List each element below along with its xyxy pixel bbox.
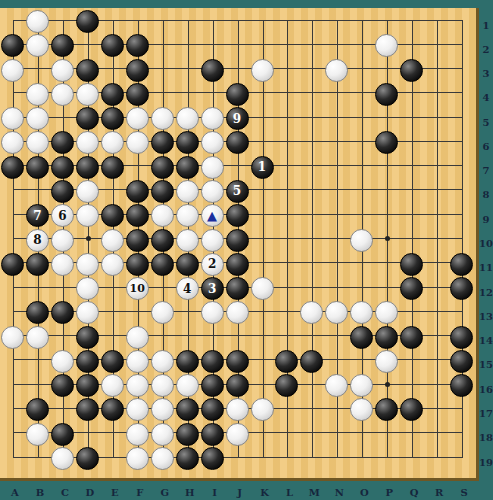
row-label-19: 19 bbox=[479, 456, 493, 467]
column-label-c: C bbox=[61, 487, 69, 498]
white-stone-i13[interactable] bbox=[201, 301, 224, 324]
row-label-9: 9 bbox=[483, 213, 490, 224]
column-label-q: Q bbox=[410, 487, 419, 498]
black-stone-d3[interactable] bbox=[76, 59, 99, 82]
white-stone-a6[interactable] bbox=[1, 131, 24, 154]
white-stone-h8[interactable] bbox=[176, 180, 199, 203]
white-stone-i5[interactable] bbox=[201, 107, 224, 130]
black-stone-s14[interactable] bbox=[450, 326, 473, 349]
column-label-r: R bbox=[435, 487, 443, 498]
white-stone-b14[interactable] bbox=[26, 326, 49, 349]
black-stone-e4[interactable] bbox=[101, 83, 124, 106]
black-stone-p6[interactable] bbox=[375, 131, 398, 154]
column-label-n: N bbox=[335, 487, 344, 498]
move-number-label: 4 bbox=[183, 283, 191, 295]
white-stone-f15[interactable] bbox=[126, 350, 149, 373]
go-board-screenshot: 91576▲821043 ABCDEFGHIJKLMNOPQRS 1234567… bbox=[0, 0, 493, 500]
black-stone-h7[interactable] bbox=[176, 156, 199, 179]
move-number-label: 1 bbox=[258, 161, 266, 173]
white-stone-n16[interactable] bbox=[325, 374, 348, 397]
row-label-11: 11 bbox=[479, 262, 493, 273]
white-stone-f18[interactable] bbox=[126, 423, 149, 446]
white-stone-d13[interactable] bbox=[76, 301, 99, 324]
black-stone-q11[interactable] bbox=[400, 253, 423, 276]
white-stone-e6[interactable] bbox=[101, 131, 124, 154]
white-stone-c4[interactable] bbox=[51, 83, 74, 106]
white-stone-h5[interactable] bbox=[176, 107, 199, 130]
white-stone-d8[interactable] bbox=[76, 180, 99, 203]
row-label-6: 6 bbox=[483, 140, 490, 151]
black-stone-j9[interactable] bbox=[226, 204, 249, 227]
black-stone-c8[interactable] bbox=[51, 180, 74, 203]
column-label-p: P bbox=[385, 487, 393, 498]
white-stone-a14[interactable] bbox=[1, 326, 24, 349]
black-stone-d16[interactable] bbox=[76, 374, 99, 397]
white-stone-d4[interactable] bbox=[76, 83, 99, 106]
white-stone-c19[interactable] bbox=[51, 447, 74, 470]
white-stone-f6[interactable] bbox=[126, 131, 149, 154]
black-stone-i3[interactable] bbox=[201, 59, 224, 82]
white-stone-b2[interactable] bbox=[26, 34, 49, 57]
white-stone-c15[interactable] bbox=[51, 350, 74, 373]
move-number-label: 8 bbox=[33, 234, 41, 246]
black-stone-c18[interactable] bbox=[51, 423, 74, 446]
white-stone-e11[interactable] bbox=[101, 253, 124, 276]
column-label-e: E bbox=[111, 487, 119, 498]
black-stone-i19[interactable] bbox=[201, 447, 224, 470]
black-stone-d1[interactable] bbox=[76, 10, 99, 33]
column-label-h: H bbox=[185, 487, 194, 498]
move-number-label: 3 bbox=[208, 283, 216, 295]
white-stone-i10[interactable] bbox=[201, 229, 224, 252]
white-stone-f14[interactable] bbox=[126, 326, 149, 349]
row-label-18: 18 bbox=[479, 432, 493, 443]
white-stone-g15[interactable] bbox=[151, 350, 174, 373]
black-stone-a7[interactable] bbox=[1, 156, 24, 179]
column-label-l: L bbox=[286, 487, 293, 498]
column-label-g: G bbox=[160, 487, 169, 498]
black-stone-f3[interactable] bbox=[126, 59, 149, 82]
black-stone-m15[interactable] bbox=[300, 350, 323, 373]
black-stone-q3[interactable] bbox=[400, 59, 423, 82]
column-label-d: D bbox=[86, 487, 95, 498]
black-stone-a2[interactable] bbox=[1, 34, 24, 57]
white-stone-b18[interactable] bbox=[26, 423, 49, 446]
column-label-f: F bbox=[136, 487, 143, 498]
column-label-s: S bbox=[460, 487, 467, 498]
row-label-12: 12 bbox=[479, 286, 493, 297]
black-stone-j6[interactable] bbox=[226, 131, 249, 154]
row-label-1: 1 bbox=[483, 19, 490, 30]
column-label-b: B bbox=[36, 487, 44, 498]
black-stone-d7[interactable] bbox=[76, 156, 99, 179]
black-stone-d19[interactable] bbox=[76, 447, 99, 470]
white-stone-c3[interactable] bbox=[51, 59, 74, 82]
star-point-p10 bbox=[385, 236, 390, 241]
white-stone-c9[interactable]: 6 bbox=[51, 204, 74, 227]
white-stone-a5[interactable] bbox=[1, 107, 24, 130]
white-stone-j17[interactable] bbox=[226, 398, 249, 421]
white-stone-o13[interactable] bbox=[350, 301, 373, 324]
white-stone-i8[interactable] bbox=[201, 180, 224, 203]
black-stone-e5[interactable] bbox=[101, 107, 124, 130]
move-number-label: 5 bbox=[233, 185, 241, 197]
grid-line-vertical bbox=[437, 20, 438, 458]
white-stone-f16[interactable] bbox=[126, 374, 149, 397]
black-stone-c13[interactable] bbox=[51, 301, 74, 324]
black-stone-h11[interactable] bbox=[176, 253, 199, 276]
move-number-label: 9 bbox=[233, 113, 241, 125]
star-point-d10 bbox=[86, 236, 91, 241]
move-number-label: 10 bbox=[130, 283, 145, 294]
black-stone-c16[interactable] bbox=[51, 374, 74, 397]
black-stone-b13[interactable] bbox=[26, 301, 49, 324]
black-stone-d15[interactable] bbox=[76, 350, 99, 373]
white-stone-h16[interactable] bbox=[176, 374, 199, 397]
white-stone-g13[interactable] bbox=[151, 301, 174, 324]
row-label-17: 17 bbox=[479, 407, 493, 418]
white-stone-b6[interactable] bbox=[26, 131, 49, 154]
black-stone-h6[interactable] bbox=[176, 131, 199, 154]
black-stone-j12[interactable] bbox=[226, 277, 249, 300]
black-stone-i17[interactable] bbox=[201, 398, 224, 421]
white-stone-j18[interactable] bbox=[226, 423, 249, 446]
black-stone-c2[interactable] bbox=[51, 34, 74, 57]
black-stone-c6[interactable] bbox=[51, 131, 74, 154]
grid-line-vertical bbox=[263, 20, 264, 458]
black-stone-o14[interactable] bbox=[350, 326, 373, 349]
move-number-label: 7 bbox=[33, 210, 41, 222]
white-stone-p2[interactable] bbox=[375, 34, 398, 57]
black-stone-i18[interactable] bbox=[201, 423, 224, 446]
black-stone-e2[interactable] bbox=[101, 34, 124, 57]
white-stone-p13[interactable] bbox=[375, 301, 398, 324]
white-stone-b5[interactable] bbox=[26, 107, 49, 130]
white-stone-m13[interactable] bbox=[300, 301, 323, 324]
white-stone-e10[interactable] bbox=[101, 229, 124, 252]
black-stone-j15[interactable] bbox=[226, 350, 249, 373]
white-stone-k17[interactable] bbox=[251, 398, 274, 421]
row-label-4: 4 bbox=[483, 92, 490, 103]
black-stone-b9[interactable]: 7 bbox=[26, 204, 49, 227]
column-label-k: K bbox=[260, 487, 269, 498]
white-stone-c11[interactable] bbox=[51, 253, 74, 276]
black-stone-h19[interactable] bbox=[176, 447, 199, 470]
black-stone-q14[interactable] bbox=[400, 326, 423, 349]
white-stone-d6[interactable] bbox=[76, 131, 99, 154]
black-stone-s15[interactable] bbox=[450, 350, 473, 373]
black-stone-p17[interactable] bbox=[375, 398, 398, 421]
black-stone-i15[interactable] bbox=[201, 350, 224, 373]
black-stone-f4[interactable] bbox=[126, 83, 149, 106]
row-label-15: 15 bbox=[479, 359, 493, 370]
white-stone-i9[interactable]: ▲ bbox=[201, 204, 224, 227]
white-stone-o10[interactable] bbox=[350, 229, 373, 252]
row-label-8: 8 bbox=[483, 189, 490, 200]
black-stone-p4[interactable] bbox=[375, 83, 398, 106]
white-stone-f17[interactable] bbox=[126, 398, 149, 421]
white-stone-g17[interactable] bbox=[151, 398, 174, 421]
black-stone-b11[interactable] bbox=[26, 253, 49, 276]
white-stone-d12[interactable] bbox=[76, 277, 99, 300]
white-stone-b1[interactable] bbox=[26, 10, 49, 33]
white-stone-a3[interactable] bbox=[1, 59, 24, 82]
column-label-m: M bbox=[309, 487, 320, 498]
black-stone-k7[interactable]: 1 bbox=[251, 156, 274, 179]
black-stone-b7[interactable] bbox=[26, 156, 49, 179]
white-stone-j13[interactable] bbox=[226, 301, 249, 324]
white-stone-g19[interactable] bbox=[151, 447, 174, 470]
star-point-p16 bbox=[385, 382, 390, 387]
row-label-16: 16 bbox=[479, 383, 493, 394]
black-stone-j11[interactable] bbox=[226, 253, 249, 276]
triangle-marker-icon: ▲ bbox=[207, 209, 217, 222]
white-stone-i7[interactable] bbox=[201, 156, 224, 179]
white-stone-g5[interactable] bbox=[151, 107, 174, 130]
white-stone-c10[interactable] bbox=[51, 229, 74, 252]
row-label-7: 7 bbox=[483, 165, 490, 176]
white-stone-b4[interactable] bbox=[26, 83, 49, 106]
black-stone-f8[interactable] bbox=[126, 180, 149, 203]
black-stone-e7[interactable] bbox=[101, 156, 124, 179]
black-stone-s12[interactable] bbox=[450, 277, 473, 300]
white-stone-g16[interactable] bbox=[151, 374, 174, 397]
black-stone-p14[interactable] bbox=[375, 326, 398, 349]
white-stone-f19[interactable] bbox=[126, 447, 149, 470]
white-stone-k3[interactable] bbox=[251, 59, 274, 82]
white-stone-d9[interactable] bbox=[76, 204, 99, 227]
white-stone-n3[interactable] bbox=[325, 59, 348, 82]
go-board: 91576▲821043 bbox=[0, 8, 479, 481]
black-stone-s16[interactable] bbox=[450, 374, 473, 397]
row-label-2: 2 bbox=[483, 43, 490, 54]
black-stone-h17[interactable] bbox=[176, 398, 199, 421]
white-stone-d11[interactable] bbox=[76, 253, 99, 276]
white-stone-o17[interactable] bbox=[350, 398, 373, 421]
black-stone-e15[interactable] bbox=[101, 350, 124, 373]
black-stone-f10[interactable] bbox=[126, 229, 149, 252]
row-label-14: 14 bbox=[479, 335, 493, 346]
white-stone-b10[interactable]: 8 bbox=[26, 229, 49, 252]
row-label-13: 13 bbox=[479, 310, 493, 321]
black-stone-g10[interactable] bbox=[151, 229, 174, 252]
white-stone-i11[interactable]: 2 bbox=[201, 253, 224, 276]
black-stone-q12[interactable] bbox=[400, 277, 423, 300]
white-stone-g18[interactable] bbox=[151, 423, 174, 446]
row-label-5: 5 bbox=[483, 116, 490, 127]
white-stone-g9[interactable] bbox=[151, 204, 174, 227]
move-number-label: 6 bbox=[58, 210, 66, 222]
white-stone-h9[interactable] bbox=[176, 204, 199, 227]
black-stone-j4[interactable] bbox=[226, 83, 249, 106]
column-label-i: I bbox=[212, 487, 217, 498]
white-stone-k12[interactable] bbox=[251, 277, 274, 300]
white-stone-n13[interactable] bbox=[325, 301, 348, 324]
black-stone-h15[interactable] bbox=[176, 350, 199, 373]
black-stone-g11[interactable] bbox=[151, 253, 174, 276]
black-stone-d14[interactable] bbox=[76, 326, 99, 349]
white-stone-f12[interactable]: 10 bbox=[126, 277, 149, 300]
black-stone-g6[interactable] bbox=[151, 131, 174, 154]
black-stone-q17[interactable] bbox=[400, 398, 423, 421]
white-stone-i6[interactable] bbox=[201, 131, 224, 154]
column-label-j: J bbox=[237, 487, 242, 498]
black-stone-f9[interactable] bbox=[126, 204, 149, 227]
black-stone-e17[interactable] bbox=[101, 398, 124, 421]
white-stone-e16[interactable] bbox=[101, 374, 124, 397]
black-stone-i16[interactable] bbox=[201, 374, 224, 397]
black-stone-i12[interactable]: 3 bbox=[201, 277, 224, 300]
column-label-a: A bbox=[11, 487, 19, 498]
row-label-10: 10 bbox=[479, 238, 493, 249]
row-label-3: 3 bbox=[483, 68, 490, 79]
white-stone-h10[interactable] bbox=[176, 229, 199, 252]
white-stone-o16[interactable] bbox=[350, 374, 373, 397]
black-stone-g7[interactable] bbox=[151, 156, 174, 179]
black-stone-s11[interactable] bbox=[450, 253, 473, 276]
black-stone-c7[interactable] bbox=[51, 156, 74, 179]
grid-line-vertical bbox=[312, 20, 313, 458]
black-stone-d5[interactable] bbox=[76, 107, 99, 130]
white-stone-p15[interactable] bbox=[375, 350, 398, 373]
black-stone-a11[interactable] bbox=[1, 253, 24, 276]
black-stone-f11[interactable] bbox=[126, 253, 149, 276]
black-stone-j5[interactable]: 9 bbox=[226, 107, 249, 130]
black-stone-g8[interactable] bbox=[151, 180, 174, 203]
grid-line-vertical bbox=[412, 20, 413, 458]
black-stone-j10[interactable] bbox=[226, 229, 249, 252]
black-stone-h18[interactable] bbox=[176, 423, 199, 446]
black-stone-b17[interactable] bbox=[26, 398, 49, 421]
column-label-o: O bbox=[360, 487, 369, 498]
black-stone-l15[interactable] bbox=[275, 350, 298, 373]
black-stone-d17[interactable] bbox=[76, 398, 99, 421]
move-number-label: 2 bbox=[208, 258, 216, 270]
black-stone-j16[interactable] bbox=[226, 374, 249, 397]
white-stone-h12[interactable]: 4 bbox=[176, 277, 199, 300]
black-stone-f2[interactable] bbox=[126, 34, 149, 57]
black-stone-j8[interactable]: 5 bbox=[226, 180, 249, 203]
black-stone-l16[interactable] bbox=[275, 374, 298, 397]
white-stone-f5[interactable] bbox=[126, 107, 149, 130]
black-stone-e9[interactable] bbox=[101, 204, 124, 227]
